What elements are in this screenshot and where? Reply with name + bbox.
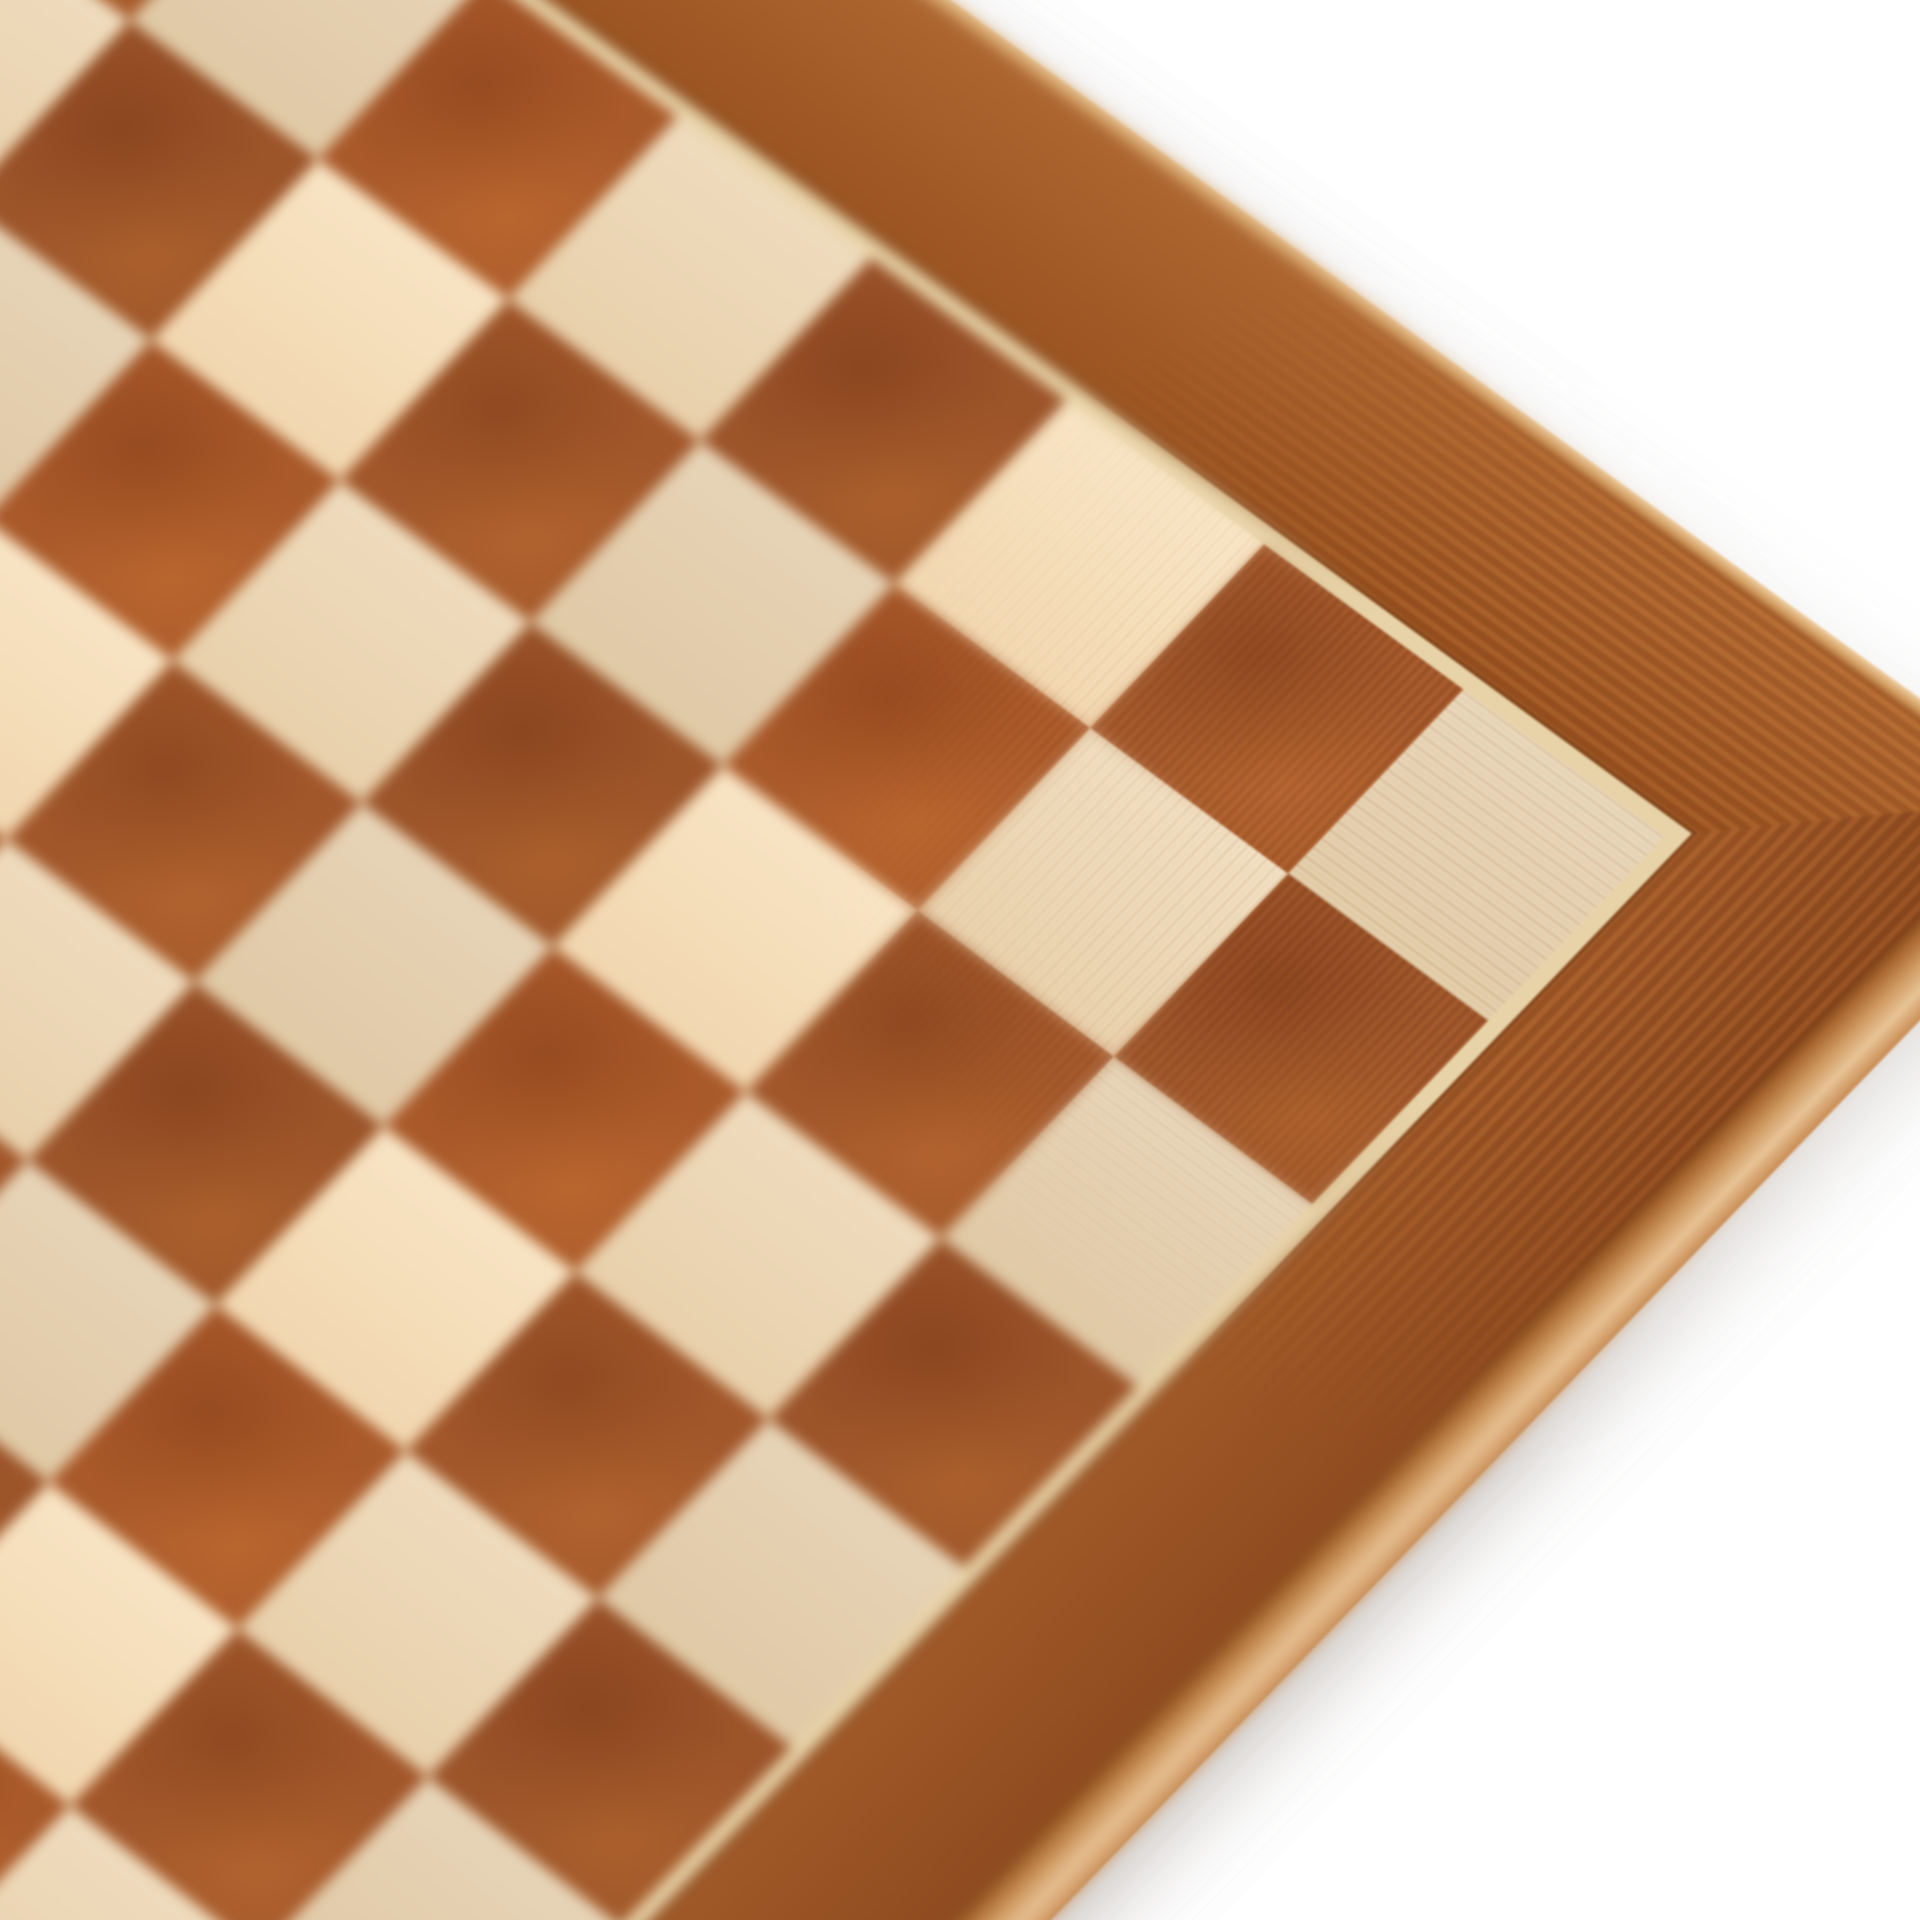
photo-background [0, 0, 1920, 1920]
chessboard [0, 0, 1920, 1920]
chess-field-8x8 [0, 0, 1665, 1920]
chessboard-scene [0, 0, 1920, 1920]
